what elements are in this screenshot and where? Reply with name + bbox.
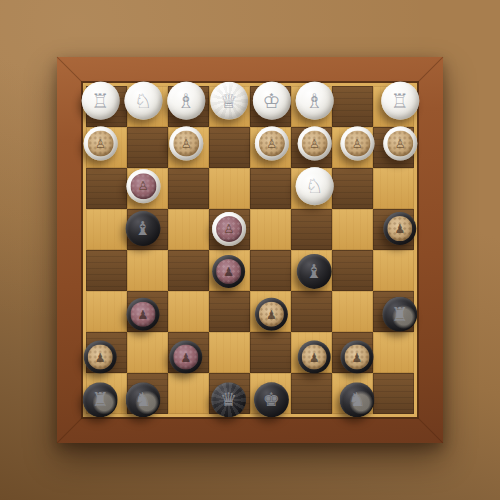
- cork-top: [88, 345, 113, 370]
- white-bottlecap: [295, 167, 333, 205]
- square-e6: ♟: [250, 291, 291, 332]
- cork-top: [173, 345, 198, 370]
- piece-black-knight-g8[interactable]: ♞: [337, 379, 378, 420]
- square-e3: [250, 168, 291, 209]
- square-d7: [209, 332, 250, 373]
- white-bottlecap: [124, 81, 162, 119]
- piece-black-queen-d8[interactable]: ♛: [208, 379, 249, 420]
- piece-black-pawn-a7[interactable]: ♟: [80, 337, 121, 378]
- piece-white-pawn-e2[interactable]: ♙: [251, 123, 292, 164]
- black-bottlecap: [83, 382, 118, 417]
- square-a8: ♜: [86, 373, 127, 414]
- white-bottlecap: [381, 81, 419, 119]
- square-c8: [168, 373, 209, 414]
- square-a5: [86, 250, 127, 291]
- piece-white-knight-f3[interactable]: ♘: [294, 165, 335, 206]
- piece-white-pawn-c2[interactable]: ♙: [165, 123, 206, 164]
- white-bottlecap: [210, 81, 248, 119]
- square-d4: ♙: [209, 209, 250, 250]
- square-d1: ♕: [209, 86, 250, 127]
- square-g6: [332, 291, 373, 332]
- cork-top: [387, 130, 413, 156]
- square-d8: ♛: [209, 373, 250, 414]
- square-g7: ♟: [332, 332, 373, 373]
- square-d3: [209, 168, 250, 209]
- piece-black-king-e8[interactable]: ♚: [251, 379, 292, 420]
- black-bottlecap: [211, 382, 246, 417]
- piece-white-pawn-a2[interactable]: ♙: [80, 123, 121, 164]
- square-b2: [127, 127, 168, 168]
- square-b3: ♙: [127, 168, 168, 209]
- square-a6: [86, 291, 127, 332]
- table-surface: ♖♘♗♕♔♗♖♙♙♙♙♙♙♙♘♝♙♟♟♝♟♟♜♟♟♟♟♜♞♛♚♞: [0, 0, 500, 500]
- black-bottlecap: [254, 382, 289, 417]
- square-h3: [373, 168, 414, 209]
- piece-black-pawn-d5[interactable]: ♟: [208, 251, 249, 292]
- cork-top: [258, 130, 284, 156]
- board-grid: ♖♘♗♕♔♗♖♙♙♙♙♙♙♙♘♝♙♟♟♝♟♟♜♟♟♟♟♜♞♛♚♞: [83, 83, 417, 417]
- square-g2: ♙: [332, 127, 373, 168]
- frame-miter: [414, 414, 444, 444]
- cork-top: [216, 259, 241, 284]
- piece-black-pawn-c7[interactable]: ♟: [165, 337, 206, 378]
- piece-white-king-e1[interactable]: ♔: [251, 80, 292, 121]
- square-f1: ♗: [291, 86, 332, 127]
- square-h4: ♟: [373, 209, 414, 250]
- square-h2: ♙: [373, 127, 414, 168]
- square-f7: ♟: [291, 332, 332, 373]
- black-bottlecap: [382, 297, 417, 332]
- cork-top: [259, 302, 284, 327]
- piece-white-pawn-b3[interactable]: ♙: [123, 165, 164, 206]
- black-bottlecap: [126, 382, 161, 417]
- black-bottlecap: [126, 211, 161, 246]
- square-g1: [332, 86, 373, 127]
- square-c1: ♗: [168, 86, 209, 127]
- square-e1: ♔: [250, 86, 291, 127]
- piece-black-pawn-b6[interactable]: ♟: [123, 294, 164, 335]
- square-a1: ♖: [86, 86, 127, 127]
- piece-white-pawn-f2[interactable]: ♙: [294, 123, 335, 164]
- square-c6: [168, 291, 209, 332]
- square-f2: ♙: [291, 127, 332, 168]
- piece-white-pawn-g2[interactable]: ♙: [337, 123, 378, 164]
- piece-black-pawn-f7[interactable]: ♟: [294, 337, 335, 378]
- square-d6: [209, 291, 250, 332]
- cork-top: [387, 216, 412, 241]
- white-bottlecap: [252, 81, 290, 119]
- square-b6: ♟: [127, 291, 168, 332]
- cork-top: [87, 130, 113, 156]
- piece-white-rook-a1[interactable]: ♖: [80, 80, 121, 121]
- square-g8: ♞: [332, 373, 373, 414]
- square-d2: [209, 127, 250, 168]
- square-c4: [168, 209, 209, 250]
- piece-black-bishop-f5[interactable]: ♝: [294, 251, 335, 292]
- piece-white-bishop-f1[interactable]: ♗: [294, 80, 335, 121]
- black-bottlecap: [340, 382, 375, 417]
- piece-black-pawn-h4[interactable]: ♟: [379, 208, 420, 249]
- square-g3: [332, 168, 373, 209]
- square-e7: [250, 332, 291, 373]
- square-c7: ♟: [168, 332, 209, 373]
- piece-black-knight-b8[interactable]: ♞: [123, 379, 164, 420]
- square-h7: [373, 332, 414, 373]
- piece-black-pawn-e6[interactable]: ♟: [251, 294, 292, 335]
- cork-top: [130, 173, 156, 199]
- square-a3: [86, 168, 127, 209]
- square-d5: ♟: [209, 250, 250, 291]
- square-f8: [291, 373, 332, 414]
- square-c2: ♙: [168, 127, 209, 168]
- square-b4: ♝: [127, 209, 168, 250]
- square-f3: ♘: [291, 168, 332, 209]
- cork-top: [345, 345, 370, 370]
- square-f4: [291, 209, 332, 250]
- square-a7: ♟: [86, 332, 127, 373]
- chess-board: ♖♘♗♕♔♗♖♙♙♙♙♙♙♙♘♝♙♟♟♝♟♟♜♟♟♟♟♜♞♛♚♞: [57, 57, 443, 443]
- square-b5: [127, 250, 168, 291]
- square-h8: [373, 373, 414, 414]
- square-f6: [291, 291, 332, 332]
- square-g5: [332, 250, 373, 291]
- piece-white-pawn-d4[interactable]: ♙: [208, 208, 249, 249]
- square-a2: ♙: [86, 127, 127, 168]
- square-h1: ♖: [373, 86, 414, 127]
- square-e8: ♚: [250, 373, 291, 414]
- square-c3: [168, 168, 209, 209]
- piece-black-bishop-b4[interactable]: ♝: [123, 208, 164, 249]
- cork-top: [301, 130, 327, 156]
- cork-top: [173, 130, 199, 156]
- square-e2: ♙: [250, 127, 291, 168]
- square-b8: ♞: [127, 373, 168, 414]
- white-bottlecap: [81, 81, 119, 119]
- piece-black-rook-h6[interactable]: ♜: [379, 294, 420, 335]
- square-c5: [168, 250, 209, 291]
- square-f5: ♝: [291, 250, 332, 291]
- white-bottlecap: [295, 81, 333, 119]
- piece-white-queen-d1[interactable]: ♕: [208, 80, 249, 121]
- square-h6: ♜: [373, 291, 414, 332]
- piece-black-pawn-g7[interactable]: ♟: [337, 337, 378, 378]
- square-b7: [127, 332, 168, 373]
- cork-top: [344, 130, 370, 156]
- square-g4: [332, 209, 373, 250]
- piece-white-bishop-c1[interactable]: ♗: [165, 80, 206, 121]
- black-bottlecap: [297, 254, 332, 289]
- piece-white-rook-h1[interactable]: ♖: [379, 80, 420, 121]
- cork-top: [131, 302, 156, 327]
- piece-white-knight-b1[interactable]: ♘: [123, 80, 164, 121]
- square-e5: [250, 250, 291, 291]
- cork-top: [216, 216, 242, 242]
- square-b1: ♘: [127, 86, 168, 127]
- piece-white-pawn-h2[interactable]: ♙: [379, 123, 420, 164]
- square-a4: [86, 209, 127, 250]
- square-h5: [373, 250, 414, 291]
- square-e4: [250, 209, 291, 250]
- cork-top: [302, 345, 327, 370]
- piece-black-rook-a8[interactable]: ♜: [80, 379, 121, 420]
- white-bottlecap: [167, 81, 205, 119]
